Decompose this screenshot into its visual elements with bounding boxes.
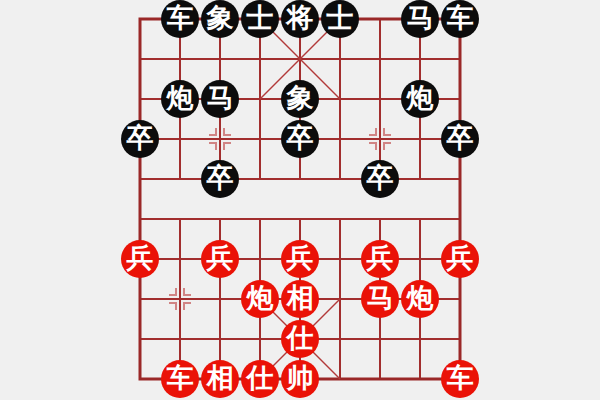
piece-red-soldier[interactable]: 兵 [281, 240, 319, 278]
intersection-g1[interactable] [360, 39, 400, 79]
intersection-i2[interactable] [440, 79, 480, 119]
piece-red-soldier[interactable]: 兵 [121, 240, 159, 278]
intersection-i1[interactable] [440, 39, 480, 79]
piece-black-soldier[interactable]: 卒 [201, 160, 239, 198]
piece-red-general[interactable]: 帅 [281, 360, 319, 398]
intersection-c1[interactable] [200, 39, 240, 79]
intersection-d7[interactable]: 炮 [240, 279, 280, 319]
intersection-d8[interactable] [240, 319, 280, 359]
intersection-d9[interactable]: 仕 [240, 359, 280, 399]
intersection-h1[interactable] [400, 39, 440, 79]
intersection-e5[interactable] [280, 199, 320, 239]
piece-red-cannon[interactable]: 炮 [401, 280, 439, 318]
intersection-e3[interactable]: 卒 [280, 119, 320, 159]
intersection-c8[interactable] [200, 319, 240, 359]
piece-black-soldier[interactable]: 卒 [121, 120, 159, 158]
intersection-g9[interactable] [360, 359, 400, 399]
intersection-e9[interactable]: 帅 [280, 359, 320, 399]
intersection-g8[interactable] [360, 319, 400, 359]
piece-red-cannon[interactable]: 炮 [241, 280, 279, 318]
piece-red-elephant[interactable]: 相 [201, 360, 239, 398]
intersection-e7[interactable]: 相 [280, 279, 320, 319]
intersection-i0[interactable]: 车 [440, 0, 480, 39]
intersection-f5[interactable] [320, 199, 360, 239]
pieces-layer: 车象士将士马车炮马象炮卒卒卒卒卒兵兵兵兵兵炮相马炮仕车相仕帅车 [120, 0, 480, 399]
intersection-b6[interactable] [160, 239, 200, 279]
intersection-f3[interactable] [320, 119, 360, 159]
intersection-b4[interactable] [160, 159, 200, 199]
intersection-d5[interactable] [240, 199, 280, 239]
piece-red-chariot[interactable]: 车 [161, 360, 199, 398]
piece-black-horse[interactable]: 马 [401, 0, 439, 38]
intersection-c5[interactable] [200, 199, 240, 239]
piece-red-soldier[interactable]: 兵 [361, 240, 399, 278]
intersection-h8[interactable] [400, 319, 440, 359]
intersection-c7[interactable] [200, 279, 240, 319]
piece-black-horse[interactable]: 马 [201, 80, 239, 118]
piece-black-soldier[interactable]: 卒 [441, 120, 479, 158]
intersection-a9[interactable] [120, 359, 160, 399]
intersection-d1[interactable] [240, 39, 280, 79]
piece-black-general[interactable]: 将 [281, 0, 319, 38]
intersection-i3[interactable]: 卒 [440, 119, 480, 159]
intersection-c0[interactable]: 象 [200, 0, 240, 39]
piece-red-soldier[interactable]: 兵 [201, 240, 239, 278]
intersection-a4[interactable] [120, 159, 160, 199]
intersection-h3[interactable] [400, 119, 440, 159]
intersection-g2[interactable] [360, 79, 400, 119]
intersection-d2[interactable] [240, 79, 280, 119]
intersection-f9[interactable] [320, 359, 360, 399]
intersection-b2[interactable]: 炮 [160, 79, 200, 119]
intersection-g0[interactable] [360, 0, 400, 39]
intersection-e2[interactable]: 象 [280, 79, 320, 119]
intersection-b3[interactable] [160, 119, 200, 159]
intersection-g6[interactable]: 兵 [360, 239, 400, 279]
intersection-g3[interactable] [360, 119, 400, 159]
intersection-f7[interactable] [320, 279, 360, 319]
intersection-b9[interactable]: 车 [160, 359, 200, 399]
intersection-e1[interactable] [280, 39, 320, 79]
intersection-d4[interactable] [240, 159, 280, 199]
intersection-a0[interactable] [120, 0, 160, 39]
intersection-c3[interactable] [200, 119, 240, 159]
intersection-e6[interactable]: 兵 [280, 239, 320, 279]
piece-black-chariot[interactable]: 车 [441, 0, 479, 38]
piece-black-elephant[interactable]: 象 [201, 0, 239, 38]
piece-red-soldier[interactable]: 兵 [441, 240, 479, 278]
intersection-g7[interactable]: 马 [360, 279, 400, 319]
intersection-b8[interactable] [160, 319, 200, 359]
intersection-h2[interactable]: 炮 [400, 79, 440, 119]
piece-black-soldier[interactable]: 卒 [361, 160, 399, 198]
piece-red-advisor[interactable]: 仕 [241, 360, 279, 398]
intersection-c2[interactable]: 马 [200, 79, 240, 119]
intersection-f1[interactable] [320, 39, 360, 79]
intersection-d6[interactable] [240, 239, 280, 279]
intersection-i7[interactable] [440, 279, 480, 319]
intersection-f2[interactable] [320, 79, 360, 119]
piece-black-cannon[interactable]: 炮 [161, 80, 199, 118]
xiangqi-board-screen: 车象士将士马车炮马象炮卒卒卒卒卒兵兵兵兵兵炮相马炮仕车相仕帅车 [0, 0, 600, 400]
intersection-i4[interactable] [440, 159, 480, 199]
intersection-c9[interactable]: 相 [200, 359, 240, 399]
intersection-a6[interactable]: 兵 [120, 239, 160, 279]
piece-black-chariot[interactable]: 车 [161, 0, 199, 38]
intersection-h5[interactable] [400, 199, 440, 239]
intersection-f4[interactable] [320, 159, 360, 199]
intersection-d0[interactable]: 士 [240, 0, 280, 39]
intersection-b0[interactable]: 车 [160, 0, 200, 39]
piece-black-soldier[interactable]: 卒 [281, 120, 319, 158]
intersection-i6[interactable]: 兵 [440, 239, 480, 279]
intersection-f0[interactable]: 士 [320, 0, 360, 39]
intersection-c4[interactable]: 卒 [200, 159, 240, 199]
intersection-d3[interactable] [240, 119, 280, 159]
piece-black-advisor[interactable]: 士 [321, 0, 359, 38]
intersection-a2[interactable] [120, 79, 160, 119]
piece-black-cannon[interactable]: 炮 [401, 80, 439, 118]
intersection-h6[interactable] [400, 239, 440, 279]
intersection-a1[interactable] [120, 39, 160, 79]
intersection-a8[interactable] [120, 319, 160, 359]
intersection-h4[interactable] [400, 159, 440, 199]
intersection-e4[interactable] [280, 159, 320, 199]
intersection-e8[interactable]: 仕 [280, 319, 320, 359]
intersection-g5[interactable] [360, 199, 400, 239]
intersection-f8[interactable] [320, 319, 360, 359]
intersection-h7[interactable]: 炮 [400, 279, 440, 319]
piece-red-elephant[interactable]: 相 [281, 280, 319, 318]
intersection-b5[interactable] [160, 199, 200, 239]
intersection-c6[interactable]: 兵 [200, 239, 240, 279]
intersection-f6[interactable] [320, 239, 360, 279]
intersection-g4[interactable]: 卒 [360, 159, 400, 199]
intersection-a7[interactable] [120, 279, 160, 319]
intersection-i9[interactable]: 车 [440, 359, 480, 399]
intersection-e0[interactable]: 将 [280, 0, 320, 39]
intersection-h0[interactable]: 马 [400, 0, 440, 39]
intersection-b1[interactable] [160, 39, 200, 79]
intersection-h9[interactable] [400, 359, 440, 399]
piece-red-advisor[interactable]: 仕 [281, 320, 319, 358]
piece-red-chariot[interactable]: 车 [441, 360, 479, 398]
intersection-i5[interactable] [440, 199, 480, 239]
piece-red-horse[interactable]: 马 [361, 280, 399, 318]
intersection-a3[interactable]: 卒 [120, 119, 160, 159]
intersection-b7[interactable] [160, 279, 200, 319]
intersection-a5[interactable] [120, 199, 160, 239]
piece-black-advisor[interactable]: 士 [241, 0, 279, 38]
piece-black-elephant[interactable]: 象 [281, 80, 319, 118]
intersection-i8[interactable] [440, 319, 480, 359]
